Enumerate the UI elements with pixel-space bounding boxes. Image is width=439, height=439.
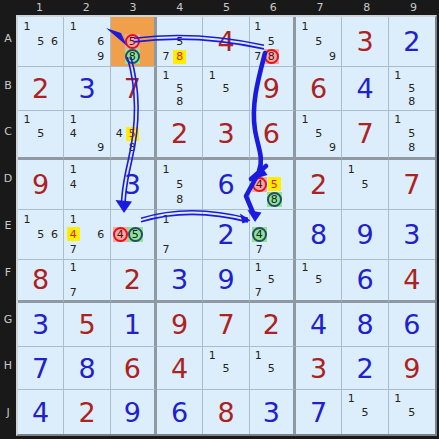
cell-D9[interactable]: 7: [389, 160, 435, 210]
value-8: 8: [32, 266, 49, 293]
candidate-4: 4: [113, 127, 126, 141]
row-label-J: J: [0, 389, 16, 436]
cell-H4[interactable]: 4: [157, 347, 203, 391]
value-2: 2: [310, 171, 327, 198]
value-7: 7: [32, 355, 49, 382]
col-label-5: 5: [203, 0, 250, 15]
cell-C9[interactable]: 158: [389, 111, 435, 160]
candidate-5: 5: [126, 127, 139, 141]
cell-G4[interactable]: 9: [157, 303, 203, 347]
value-9: 9: [356, 221, 373, 248]
value-7: 7: [403, 171, 420, 198]
candidate-6: 6: [94, 34, 108, 49]
candidate-8: 8: [173, 95, 187, 108]
cell-G8[interactable]: 8: [342, 303, 388, 347]
cell-F1[interactable]: 8: [18, 260, 64, 304]
candidate-5: 5: [312, 127, 326, 141]
candidate-1: 1: [344, 392, 358, 405]
cell-E4[interactable]: 17: [157, 210, 203, 260]
candidate-1: 1: [252, 19, 264, 34]
value-2: 2: [356, 355, 373, 382]
candidate-5: 5: [219, 362, 233, 375]
cell-B6[interactable]: 9: [250, 67, 296, 111]
value-9: 9: [217, 266, 234, 293]
row-label-B: B: [0, 62, 16, 109]
cell-C1[interactable]: 15: [18, 111, 64, 160]
value-7: 7: [124, 75, 141, 102]
value-3: 3: [171, 266, 188, 293]
candidate-7: 7: [159, 49, 173, 64]
candidate-8: 8: [405, 95, 419, 108]
candidate-1: 1: [391, 392, 405, 405]
cell-E5[interactable]: 2: [203, 210, 249, 260]
value-6: 6: [356, 266, 373, 293]
candidate-1: 1: [66, 212, 80, 227]
cell-C3[interactable]: 458: [111, 111, 157, 160]
cell-H6[interactable]: 15: [250, 347, 296, 391]
value-1: 1: [124, 311, 141, 338]
candidate-6: 6: [48, 227, 62, 242]
row-label-E: E: [0, 202, 16, 249]
candidate-5: 5: [265, 362, 278, 375]
candidate-9: 9: [326, 49, 340, 64]
cell-G9[interactable]: 6: [389, 303, 435, 347]
cell-F7[interactable]: 15: [296, 260, 342, 304]
candidate-5: 5: [173, 177, 187, 192]
candidate-1: 1: [298, 113, 312, 127]
cell-J1[interactable]: 4: [18, 390, 64, 434]
candidate-5: 5: [173, 34, 187, 49]
candidate-4: 4: [113, 227, 128, 242]
cell-A3[interactable]: 58: [111, 17, 157, 67]
candidate-8: 8: [267, 192, 282, 207]
cell-J2[interactable]: 2: [64, 390, 110, 434]
cell-G3[interactable]: 1: [111, 303, 157, 347]
cell-F4[interactable]: 3: [157, 260, 203, 304]
value-9: 9: [403, 355, 420, 382]
cell-B9[interactable]: 158: [389, 67, 435, 111]
cell-G5[interactable]: 7: [203, 303, 249, 347]
cell-J6[interactable]: 3: [250, 390, 296, 434]
cell-J5[interactable]: 8: [203, 390, 249, 434]
row-label-G: G: [0, 296, 16, 343]
cell-F3[interactable]: 2: [111, 260, 157, 304]
value-2: 2: [124, 266, 141, 293]
cell-C7[interactable]: 159: [296, 111, 342, 160]
candidate-7: 7: [252, 286, 265, 298]
value-3: 3: [356, 28, 373, 55]
cell-D2[interactable]: 14: [64, 160, 110, 210]
value-4: 4: [171, 355, 188, 382]
value-9: 9: [32, 171, 49, 198]
value-2: 2: [263, 311, 280, 338]
candidate-1: 1: [159, 162, 173, 177]
candidate-1: 1: [205, 69, 219, 82]
value-7: 7: [310, 399, 327, 426]
candidate-1: 1: [252, 349, 265, 362]
value-9: 9: [263, 75, 280, 102]
value-3: 3: [403, 221, 420, 248]
candidate-1: 1: [391, 113, 405, 127]
candidate-1: 1: [298, 19, 312, 34]
cell-J3[interactable]: 9: [111, 390, 157, 434]
candidate-5: 5: [358, 406, 372, 419]
candidate-5: 5: [264, 34, 279, 49]
candidate-4: 4: [66, 177, 80, 192]
cell-F5[interactable]: 9: [203, 260, 249, 304]
candidate-5: 5: [358, 177, 372, 192]
candidate-8: 8: [173, 192, 187, 207]
value-8: 8: [356, 311, 373, 338]
value-2: 2: [32, 75, 49, 102]
value-8: 8: [310, 221, 327, 248]
candidate-1: 1: [66, 262, 80, 274]
cell-A7[interactable]: 159: [296, 17, 342, 67]
candidate-1: 1: [20, 19, 34, 34]
cell-C2[interactable]: 149: [64, 111, 110, 160]
value-3: 3: [124, 171, 141, 198]
cell-D7[interactable]: 2: [296, 160, 342, 210]
cell-E7[interactable]: 8: [296, 210, 342, 260]
candidate-5: 5: [312, 274, 326, 286]
col-label-8: 8: [343, 0, 390, 15]
cell-B5[interactable]: 15: [203, 67, 249, 111]
cell-G7[interactable]: 4: [296, 303, 342, 347]
cell-J4[interactable]: 6: [157, 390, 203, 434]
value-7: 7: [356, 120, 373, 147]
value-4: 4: [32, 399, 49, 426]
cell-A4[interactable]: 578: [157, 17, 203, 67]
cell-C8[interactable]: 7: [342, 111, 388, 160]
value-8: 8: [217, 399, 234, 426]
candidate-9: 9: [94, 141, 108, 155]
cell-E1[interactable]: 156: [18, 210, 64, 260]
col-label-4: 4: [156, 0, 203, 15]
value-2: 2: [171, 120, 188, 147]
cell-E2[interactable]: 1467: [64, 210, 110, 260]
candidate-5: 5: [34, 127, 48, 141]
value-2: 2: [78, 399, 95, 426]
value-6: 6: [171, 399, 188, 426]
value-6: 6: [124, 355, 141, 382]
cell-A5[interactable]: 4: [203, 17, 249, 67]
candidate-7: 7: [66, 286, 80, 298]
value-2: 2: [403, 28, 420, 55]
candidate-7: 7: [66, 242, 80, 257]
candidate-5: 5: [268, 177, 281, 191]
cell-F9[interactable]: 4: [389, 260, 435, 304]
candidate-5: 5: [265, 274, 278, 286]
candidate-5: 5: [405, 127, 419, 141]
cell-A8[interactable]: 3: [342, 17, 388, 67]
cell-D1[interactable]: 9: [18, 160, 64, 210]
cell-A6[interactable]: 1578: [250, 17, 296, 67]
col-label-6: 6: [250, 0, 297, 15]
cell-B4[interactable]: 158: [157, 67, 203, 111]
cell-B1[interactable]: 2: [18, 67, 64, 111]
candidate-1: 1: [20, 212, 34, 227]
candidate-1: 1: [159, 212, 173, 227]
board: 1561695857841578159322371581596415815149…: [16, 15, 437, 436]
candidate-1: 1: [205, 349, 219, 362]
candidate-4: 4: [252, 227, 267, 242]
candidate-8: 8: [173, 50, 186, 64]
cell-A2[interactable]: 169: [64, 17, 110, 67]
cell-G1[interactable]: 3: [18, 303, 64, 347]
col-label-2: 2: [63, 0, 110, 15]
candidate-5: 5: [312, 34, 326, 49]
cell-H5[interactable]: 15: [203, 347, 249, 391]
candidate-5: 5: [128, 227, 143, 242]
candidate-5: 5: [125, 34, 140, 49]
candidate-1: 1: [20, 113, 34, 127]
value-8: 8: [78, 355, 95, 382]
cell-H8[interactable]: 2: [342, 347, 388, 391]
cell-E6[interactable]: 47: [250, 210, 296, 260]
cell-F2[interactable]: 17: [64, 260, 110, 304]
cell-E8[interactable]: 9: [342, 210, 388, 260]
candidate-7: 7: [159, 242, 173, 257]
cell-B3[interactable]: 7: [111, 67, 157, 111]
cell-J7[interactable]: 7: [296, 390, 342, 434]
candidate-4: 4: [66, 127, 80, 141]
row-label-A: A: [0, 15, 16, 62]
cell-B7[interactable]: 6: [296, 67, 342, 111]
candidate-5: 5: [219, 82, 233, 95]
cell-B8[interactable]: 4: [342, 67, 388, 111]
value-3: 3: [263, 399, 280, 426]
value-9: 9: [171, 311, 188, 338]
candidate-5: 5: [34, 34, 48, 49]
candidate-1: 1: [66, 113, 80, 127]
candidate-4: 4: [67, 227, 80, 241]
cell-H2[interactable]: 8: [64, 347, 110, 391]
value-2: 2: [217, 221, 234, 248]
candidate-8: 8: [264, 49, 279, 64]
candidate-4: 4: [252, 177, 267, 192]
value-7: 7: [217, 311, 234, 338]
cell-H7[interactable]: 3: [296, 347, 342, 391]
candidate-1: 1: [159, 69, 173, 82]
col-label-9: 9: [390, 0, 437, 15]
col-label-1: 1: [16, 0, 63, 15]
cell-C6[interactable]: 6: [250, 111, 296, 160]
candidate-9: 9: [94, 49, 108, 64]
cell-G6[interactable]: 2: [250, 303, 296, 347]
candidate-5: 5: [405, 82, 419, 95]
candidate-5: 5: [34, 227, 48, 242]
candidate-1: 1: [344, 162, 358, 177]
col-label-7: 7: [297, 0, 344, 15]
value-4: 4: [356, 75, 373, 102]
candidate-5: 5: [405, 406, 419, 419]
cell-H1[interactable]: 7: [18, 347, 64, 391]
value-3: 3: [32, 311, 49, 338]
row-label-F: F: [0, 249, 16, 296]
cell-J9[interactable]: 15: [389, 390, 435, 434]
cell-A9[interactable]: 2: [389, 17, 435, 67]
col-label-3: 3: [110, 0, 157, 15]
cell-J8[interactable]: 15: [342, 390, 388, 434]
value-9: 9: [124, 399, 141, 426]
cell-D3[interactable]: 3: [111, 160, 157, 210]
row-label-C: C: [0, 109, 16, 156]
cell-G2[interactable]: 5: [64, 303, 110, 347]
value-6: 6: [217, 171, 234, 198]
row-labels: ABCDEFGHJ: [0, 15, 16, 436]
candidate-1: 1: [66, 19, 80, 34]
candidate-1: 1: [66, 162, 80, 177]
cell-D6[interactable]: 458: [250, 160, 296, 210]
candidate-1: 1: [252, 262, 265, 274]
cell-C5[interactable]: 3: [203, 111, 249, 160]
candidate-8: 8: [125, 49, 140, 64]
value-4: 4: [403, 266, 420, 293]
candidate-6: 6: [94, 227, 108, 242]
cell-E3[interactable]: 45: [111, 210, 157, 260]
cell-H3[interactable]: 6: [111, 347, 157, 391]
cell-B2[interactable]: 3: [64, 67, 110, 111]
candidate-7: 7: [252, 242, 267, 257]
row-label-H: H: [0, 342, 16, 389]
value-4: 4: [310, 311, 327, 338]
cell-F8[interactable]: 6: [342, 260, 388, 304]
value-3: 3: [78, 75, 95, 102]
value-4: 4: [217, 28, 234, 55]
value-3: 3: [217, 120, 234, 147]
value-6: 6: [263, 120, 280, 147]
cell-C4[interactable]: 2: [157, 111, 203, 160]
cell-F6[interactable]: 157: [250, 260, 296, 304]
cell-A1[interactable]: 156: [18, 17, 64, 67]
value-5: 5: [78, 311, 95, 338]
value-3: 3: [310, 355, 327, 382]
cell-H9[interactable]: 9: [389, 347, 435, 391]
candidate-7: 7: [252, 49, 264, 64]
candidate-5: 5: [173, 82, 187, 95]
candidate-1: 1: [391, 69, 405, 82]
value-6: 6: [403, 311, 420, 338]
cell-D8[interactable]: 15: [342, 160, 388, 210]
candidate-6: 6: [48, 34, 62, 49]
cell-D4[interactable]: 158: [157, 160, 203, 210]
candidate-8: 8: [126, 141, 139, 155]
candidate-9: 9: [326, 141, 340, 155]
cell-E9[interactable]: 3: [389, 210, 435, 260]
row-label-D: D: [0, 155, 16, 202]
candidate-8: 8: [405, 141, 419, 155]
cell-D5[interactable]: 6: [203, 160, 249, 210]
column-labels: 123456789: [16, 0, 437, 15]
value-6: 6: [310, 75, 327, 102]
candidate-1: 1: [298, 262, 312, 274]
